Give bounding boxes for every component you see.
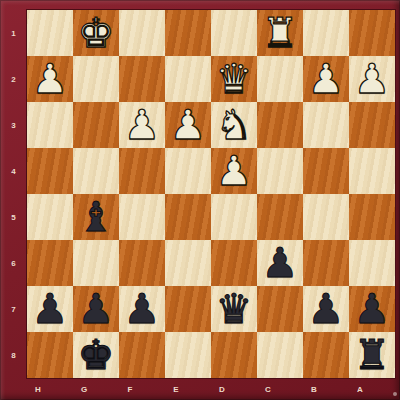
- white-queen-d2[interactable]: ♛: [211, 56, 257, 102]
- black-king-g8[interactable]: ♚: [73, 332, 119, 378]
- square-g8[interactable]: ♚: [73, 332, 119, 378]
- square-a6[interactable]: [349, 240, 395, 286]
- square-e5[interactable]: [165, 194, 211, 240]
- square-h7[interactable]: ♟: [27, 286, 73, 332]
- square-g3[interactable]: [73, 102, 119, 148]
- square-d6[interactable]: [211, 240, 257, 286]
- square-a2[interactable]: ♟: [349, 56, 395, 102]
- square-b4[interactable]: [303, 148, 349, 194]
- square-d7[interactable]: ♛: [211, 286, 257, 332]
- square-f6[interactable]: [119, 240, 165, 286]
- square-h5[interactable]: [27, 194, 73, 240]
- white-pawn-h2[interactable]: ♟: [27, 56, 73, 102]
- white-pawn-e3[interactable]: ♟: [165, 102, 211, 148]
- square-h8[interactable]: [27, 332, 73, 378]
- file-label-b: B: [291, 378, 337, 400]
- square-e7[interactable]: [165, 286, 211, 332]
- square-c7[interactable]: [257, 286, 303, 332]
- file-label-d: D: [199, 378, 245, 400]
- square-g5[interactable]: ♝: [73, 194, 119, 240]
- square-h1[interactable]: [27, 10, 73, 56]
- square-e8[interactable]: [165, 332, 211, 378]
- square-d3[interactable]: ♞: [211, 102, 257, 148]
- black-pawn-c6[interactable]: ♟: [257, 240, 303, 286]
- square-a8[interactable]: ♜: [349, 332, 395, 378]
- square-b6[interactable]: [303, 240, 349, 286]
- square-e6[interactable]: [165, 240, 211, 286]
- rank-label-5: 5: [0, 194, 27, 240]
- square-c2[interactable]: [257, 56, 303, 102]
- square-g4[interactable]: [73, 148, 119, 194]
- black-queen-d7[interactable]: ♛: [211, 286, 257, 332]
- square-f3[interactable]: ♟: [119, 102, 165, 148]
- black-pawn-a7[interactable]: ♟: [349, 286, 395, 332]
- black-pawn-g7[interactable]: ♟: [73, 286, 119, 332]
- square-a4[interactable]: [349, 148, 395, 194]
- square-f4[interactable]: [119, 148, 165, 194]
- rank-label-3: 3: [0, 102, 27, 148]
- square-b8[interactable]: [303, 332, 349, 378]
- square-g1[interactable]: ♚: [73, 10, 119, 56]
- rank-label-8: 8: [0, 332, 27, 378]
- chess-board: ♚♜♟♛♟♟♟♟♞♟♝♟♟♟♟♛♟♟♚♜: [27, 10, 395, 378]
- square-c1[interactable]: ♜: [257, 10, 303, 56]
- square-h3[interactable]: [27, 102, 73, 148]
- square-c4[interactable]: [257, 148, 303, 194]
- square-c5[interactable]: [257, 194, 303, 240]
- square-d1[interactable]: [211, 10, 257, 56]
- white-pawn-d4[interactable]: ♟: [211, 148, 257, 194]
- black-pawn-b7[interactable]: ♟: [303, 286, 349, 332]
- square-c6[interactable]: ♟: [257, 240, 303, 286]
- square-a5[interactable]: [349, 194, 395, 240]
- square-a1[interactable]: [349, 10, 395, 56]
- square-b7[interactable]: ♟: [303, 286, 349, 332]
- file-label-f: F: [107, 378, 153, 400]
- black-pawn-f7[interactable]: ♟: [119, 286, 165, 332]
- corner-dot: [393, 392, 397, 396]
- square-f8[interactable]: [119, 332, 165, 378]
- rank-label-4: 4: [0, 148, 27, 194]
- square-a7[interactable]: ♟: [349, 286, 395, 332]
- square-h6[interactable]: [27, 240, 73, 286]
- file-label-a: A: [337, 378, 383, 400]
- white-pawn-a2[interactable]: ♟: [349, 56, 395, 102]
- square-d8[interactable]: [211, 332, 257, 378]
- rank-label-6: 6: [0, 240, 27, 286]
- black-pawn-h7[interactable]: ♟: [27, 286, 73, 332]
- square-e4[interactable]: [165, 148, 211, 194]
- black-rook-a8[interactable]: ♜: [349, 332, 395, 378]
- square-e1[interactable]: [165, 10, 211, 56]
- square-g7[interactable]: ♟: [73, 286, 119, 332]
- file-label-g: G: [61, 378, 107, 400]
- white-knight-d3[interactable]: ♞: [211, 102, 257, 148]
- square-a3[interactable]: [349, 102, 395, 148]
- square-b1[interactable]: [303, 10, 349, 56]
- file-label-e: E: [153, 378, 199, 400]
- square-e2[interactable]: [165, 56, 211, 102]
- file-label-h: H: [15, 378, 61, 400]
- rank-label-1: 1: [0, 10, 27, 56]
- black-bishop-g5[interactable]: ♝: [73, 194, 119, 240]
- square-b2[interactable]: ♟: [303, 56, 349, 102]
- white-king-g1[interactable]: ♚: [73, 10, 119, 56]
- white-pawn-b2[interactable]: ♟: [303, 56, 349, 102]
- square-f5[interactable]: [119, 194, 165, 240]
- square-f1[interactable]: [119, 10, 165, 56]
- square-g6[interactable]: [73, 240, 119, 286]
- square-h4[interactable]: [27, 148, 73, 194]
- square-c3[interactable]: [257, 102, 303, 148]
- white-pawn-f3[interactable]: ♟: [119, 102, 165, 148]
- square-d2[interactable]: ♛: [211, 56, 257, 102]
- chessboard-frame: 12345678 ♚♜♟♛♟♟♟♟♞♟♝♟♟♟♟♛♟♟♚♜ HGFEDCBA: [0, 0, 400, 400]
- square-f7[interactable]: ♟: [119, 286, 165, 332]
- square-h2[interactable]: ♟: [27, 56, 73, 102]
- file-labels: HGFEDCBA: [27, 378, 395, 400]
- white-rook-c1[interactable]: ♜: [257, 10, 303, 56]
- rank-labels: 12345678: [0, 10, 27, 378]
- square-d5[interactable]: [211, 194, 257, 240]
- rank-label-2: 2: [0, 56, 27, 102]
- square-g2[interactable]: [73, 56, 119, 102]
- file-label-c: C: [245, 378, 291, 400]
- square-e3[interactable]: ♟: [165, 102, 211, 148]
- square-f2[interactable]: [119, 56, 165, 102]
- rank-label-7: 7: [0, 286, 27, 332]
- square-b5[interactable]: [303, 194, 349, 240]
- square-b3[interactable]: [303, 102, 349, 148]
- square-d4[interactable]: ♟: [211, 148, 257, 194]
- square-c8[interactable]: [257, 332, 303, 378]
